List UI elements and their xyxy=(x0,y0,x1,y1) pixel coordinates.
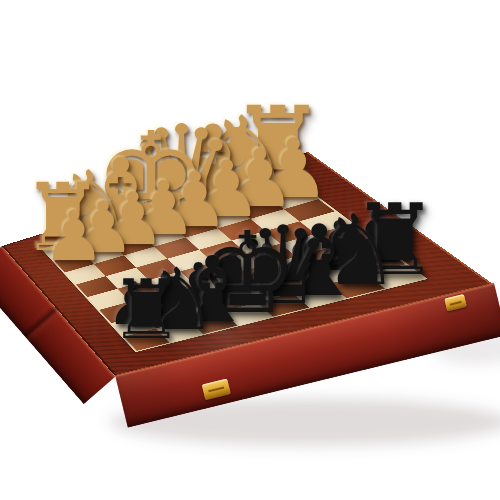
black-rook-h8: ♜ xyxy=(109,269,183,351)
pieces-layer: ♜♞♝♛♚♝♞♜♟♟♟♟♟♟♟♟♟♟♟♟♟♟♟♟♜♞♝♛♚♝♞♜ xyxy=(0,0,500,500)
chess-set-photo: ♜♞♝♛♚♝♞♜♟♟♟♟♟♟♟♟♟♟♟♟♟♟♟♟♜♞♝♛♚♝♞♜ xyxy=(0,0,500,500)
white-pawn-h2: ♟ xyxy=(43,203,105,272)
